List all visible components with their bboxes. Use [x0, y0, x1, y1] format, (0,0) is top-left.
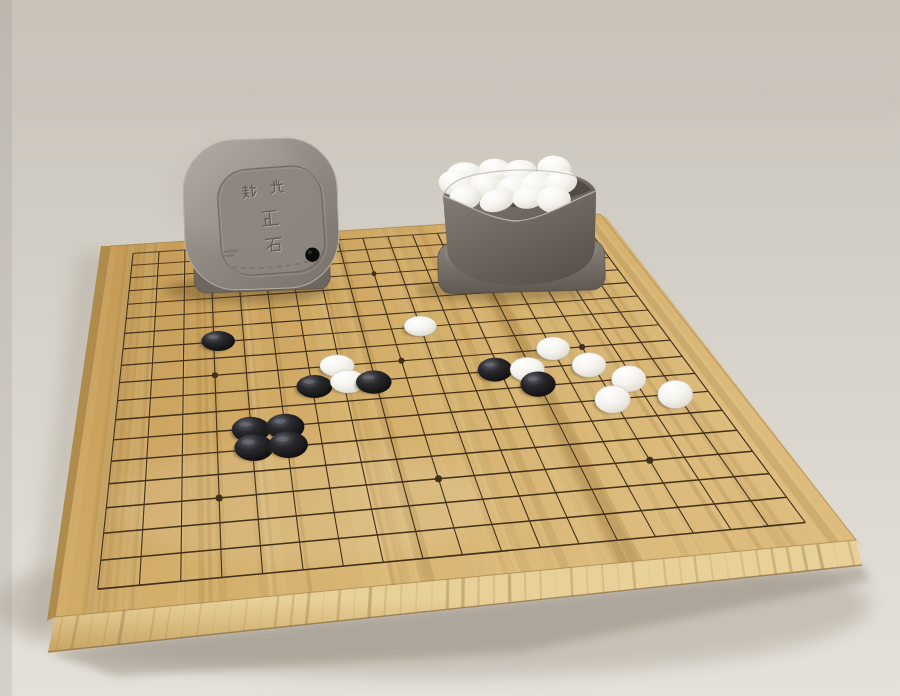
white-stone[interactable]: [572, 352, 606, 377]
black-stone[interactable]: [520, 371, 555, 396]
white-stone[interactable]: [536, 337, 569, 360]
black-stone[interactable]: [478, 358, 513, 382]
go-scene-svg: Photograph: 19x19 bamboo go board with s…: [0, 0, 900, 696]
black-stone[interactable]: [297, 375, 333, 398]
white-stone[interactable]: [404, 316, 437, 336]
stone-highlight: [239, 422, 251, 427]
stone-highlight: [208, 335, 219, 339]
stone-highlight: [242, 439, 255, 444]
stone-highlight: [276, 436, 288, 441]
white-stone[interactable]: [658, 380, 693, 408]
stone-highlight: [484, 362, 495, 367]
black-stone[interactable]: [201, 331, 235, 351]
white-stone[interactable]: [595, 386, 631, 414]
stone-highlight: [303, 379, 314, 384]
stone-highlight: [274, 419, 286, 424]
stone-highlight: [527, 376, 538, 381]
black-stone[interactable]: [356, 370, 392, 393]
go-photo-scene: Photograph: 19x19 bamboo go board with s…: [0, 0, 900, 696]
black-stone[interactable]: [269, 431, 308, 458]
stone-highlight: [363, 375, 374, 380]
